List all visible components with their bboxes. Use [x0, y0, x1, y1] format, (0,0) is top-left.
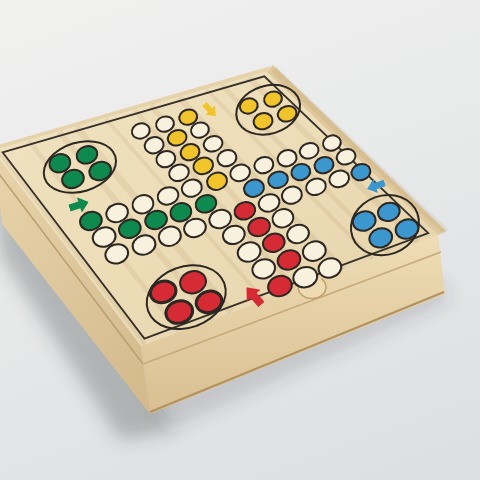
arrow-glyph — [200, 100, 221, 121]
ludo-board — [0, 0, 480, 480]
arrow-glyph — [239, 281, 268, 310]
product-photo — [0, 0, 480, 480]
start-arrow-icon-red — [239, 281, 268, 310]
start-arrow-icon-yellow — [200, 100, 221, 121]
